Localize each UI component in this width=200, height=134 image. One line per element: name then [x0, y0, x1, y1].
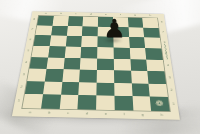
- square-a2[interactable]: [25, 81, 45, 95]
- coord-label: 2: [171, 90, 173, 93]
- coord-label: 5: [27, 50, 29, 52]
- maker-emblem-icon: ❁: [149, 96, 171, 112]
- square-a5[interactable]: [32, 46, 50, 57]
- square-h8[interactable]: [142, 18, 158, 28]
- square-g2[interactable]: [131, 83, 150, 97]
- square-d5[interactable]: [81, 47, 98, 58]
- square-h1[interactable]: ❁: [150, 97, 170, 111]
- coord-label: d: [90, 14, 92, 16]
- coord-label: b: [48, 112, 50, 115]
- square-f4[interactable]: [114, 59, 131, 71]
- coord-label: 3: [169, 77, 171, 80]
- coord-label: g: [134, 15, 136, 17]
- square-f2[interactable]: [114, 83, 132, 97]
- coord-label: d: [86, 113, 88, 116]
- coord-label: 4: [167, 64, 169, 66]
- coord-label: 8: [33, 19, 35, 21]
- square-d4[interactable]: [80, 58, 97, 70]
- square-c7[interactable]: [66, 26, 82, 36]
- square-b8[interactable]: [52, 16, 68, 26]
- square-f5[interactable]: [113, 47, 130, 59]
- coord-label: 8: [161, 22, 163, 24]
- coord-label: e: [105, 113, 107, 116]
- coord-label: h: [161, 114, 163, 117]
- coord-label: 6: [29, 39, 31, 41]
- square-a1[interactable]: [22, 94, 42, 108]
- coord-label: h: [149, 15, 151, 17]
- square-b1[interactable]: [41, 95, 61, 109]
- coord-label: a: [29, 111, 31, 114]
- square-a4[interactable]: [29, 57, 47, 69]
- photo-background: abcdefgh abcdefgh 87654321 87654321 ❁ ♟: [0, 0, 200, 134]
- square-e3[interactable]: [97, 70, 114, 83]
- coord-label: 1: [173, 103, 175, 106]
- square-e5[interactable]: [97, 47, 113, 58]
- square-c2[interactable]: [61, 82, 80, 96]
- square-d8[interactable]: [83, 17, 98, 27]
- square-d7[interactable]: [82, 26, 98, 36]
- coord-label: 2: [20, 87, 22, 90]
- square-a3[interactable]: [27, 69, 46, 82]
- square-a7[interactable]: [35, 25, 52, 35]
- square-c6[interactable]: [65, 36, 82, 47]
- square-g7[interactable]: [128, 27, 144, 37]
- square-h4[interactable]: [146, 59, 164, 71]
- square-b3[interactable]: [45, 69, 64, 82]
- square-c3[interactable]: [62, 69, 80, 82]
- square-h6[interactable]: [144, 37, 161, 48]
- square-g3[interactable]: [131, 71, 149, 84]
- square-c8[interactable]: [67, 16, 83, 26]
- square-b5[interactable]: [48, 46, 66, 57]
- square-f3[interactable]: [114, 70, 132, 83]
- square-a8[interactable]: [37, 16, 53, 26]
- square-a6[interactable]: [33, 35, 50, 46]
- square-h7[interactable]: [143, 27, 160, 37]
- coord-label: b: [60, 13, 62, 15]
- coord-label: 5: [165, 53, 167, 55]
- square-f1[interactable]: [114, 96, 133, 110]
- coord-label: c: [67, 112, 69, 115]
- black-pawn[interactable]: ♟: [103, 16, 125, 41]
- square-g8[interactable]: [128, 18, 144, 28]
- coord-label: f: [124, 113, 125, 116]
- square-g5[interactable]: [129, 48, 146, 60]
- square-c4[interactable]: [63, 58, 81, 70]
- square-b4[interactable]: [46, 57, 64, 69]
- square-b2[interactable]: [43, 81, 62, 95]
- coord-label: 4: [25, 61, 27, 63]
- square-c1[interactable]: [59, 95, 78, 109]
- square-g4[interactable]: [130, 59, 148, 71]
- coord-label: c: [75, 13, 77, 15]
- square-d3[interactable]: [79, 70, 97, 83]
- chess-board[interactable]: abcdefgh abcdefgh 87654321 87654321 ❁: [12, 11, 180, 119]
- square-b6[interactable]: [49, 36, 66, 47]
- square-e1[interactable]: [96, 96, 114, 110]
- coord-label: g: [142, 114, 144, 117]
- board-grid: ❁: [21, 15, 171, 112]
- square-h5[interactable]: [145, 48, 162, 60]
- square-d2[interactable]: [78, 82, 96, 96]
- board-perspective-wrap: abcdefgh abcdefgh 87654321 87654321 ❁: [12, 11, 182, 119]
- coord-label: 1: [17, 100, 19, 103]
- coord-label: a: [45, 13, 47, 15]
- coord-label: 3: [23, 74, 25, 77]
- coord-label: 7: [31, 29, 33, 31]
- square-d1[interactable]: [78, 95, 97, 109]
- square-g6[interactable]: [129, 37, 146, 48]
- square-b7[interactable]: [51, 26, 68, 36]
- square-c5[interactable]: [64, 46, 81, 57]
- square-h3[interactable]: [148, 71, 167, 84]
- square-e4[interactable]: [97, 58, 114, 70]
- coord-label: 7: [162, 31, 164, 33]
- square-e2[interactable]: [96, 82, 114, 96]
- square-d6[interactable]: [81, 36, 97, 47]
- coord-label: 6: [164, 42, 166, 44]
